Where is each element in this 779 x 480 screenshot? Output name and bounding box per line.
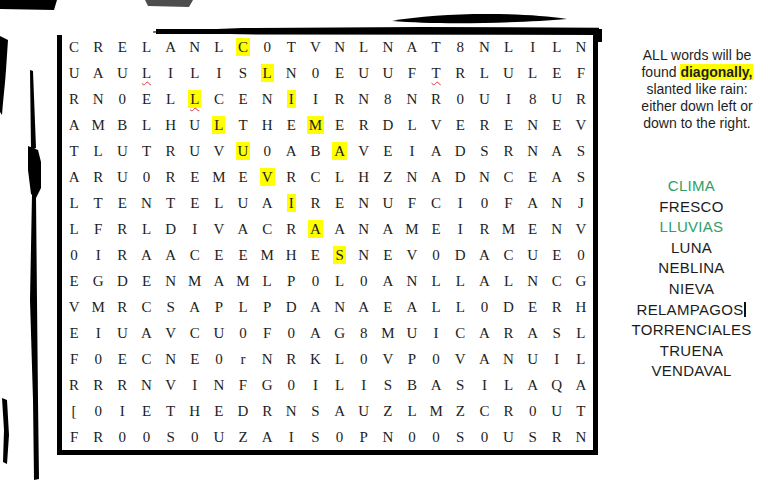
cell-r12-c2[interactable]: I (86, 320, 110, 346)
cell-r9-c2[interactable]: I (86, 242, 110, 268)
cell-r1-c15[interactable]: A (400, 34, 424, 60)
cell-r4-c16[interactable]: V (424, 112, 448, 138)
cell-r14-c17[interactable]: S (448, 372, 472, 398)
cell-r12-c7[interactable]: U (207, 320, 231, 346)
cell-r16-c10[interactable]: I (279, 424, 303, 450)
cell-r10-c6[interactable]: M (183, 268, 207, 294)
cell-r1-c4[interactable]: L (134, 34, 158, 60)
cell-r12-c17[interactable]: C (448, 320, 472, 346)
cell-r9-c13[interactable]: N (352, 242, 376, 268)
cell-r3-c2[interactable]: N (86, 86, 110, 112)
cell-r1-c12[interactable]: N (328, 34, 352, 60)
cell-r11-c11[interactable]: A (303, 294, 327, 320)
cell-r2-c1[interactable]: U (62, 60, 86, 86)
cell-r12-c22[interactable]: L (569, 320, 593, 346)
cell-r3-c8[interactable]: E (231, 86, 255, 112)
cell-r2-c3[interactable]: U (110, 60, 134, 86)
cell-r10-c7[interactable]: A (207, 268, 231, 294)
cell-r1-c6[interactable]: N (183, 34, 207, 60)
cell-r7-c15[interactable]: F (400, 190, 424, 216)
cell-r9-c20[interactable]: U (521, 242, 545, 268)
cell-r13-c7[interactable]: 0 (207, 346, 231, 372)
cell-r8-c7[interactable]: V (207, 216, 231, 242)
cell-r9-c18[interactable]: A (472, 242, 496, 268)
cell-r11-c10[interactable]: D (279, 294, 303, 320)
cell-r14-c2[interactable]: R (86, 372, 110, 398)
cell-r5-c12[interactable]: A (328, 138, 352, 164)
cell-r13-c1[interactable]: F (62, 346, 86, 372)
cell-r4-c19[interactable]: E (496, 112, 520, 138)
cell-r13-c5[interactable]: N (159, 346, 183, 372)
cell-r9-c1[interactable]: 0 (62, 242, 86, 268)
cell-r15-c3[interactable]: I (110, 398, 134, 424)
cell-r8-c8[interactable]: A (231, 216, 255, 242)
cell-r11-c16[interactable]: L (424, 294, 448, 320)
cell-r5-c20[interactable]: N (521, 138, 545, 164)
cell-r3-c21[interactable]: U (545, 86, 569, 112)
cell-r15-c18[interactable]: C (472, 398, 496, 424)
cell-r5-c7[interactable]: V (207, 138, 231, 164)
cell-r6-c15[interactable]: N (400, 164, 424, 190)
cell-r10-c5[interactable]: N (159, 268, 183, 294)
cell-r2-c19[interactable]: U (496, 60, 520, 86)
cell-r10-c13[interactable]: 0 (352, 268, 376, 294)
cell-r10-c17[interactable]: L (448, 268, 472, 294)
cell-r8-c6[interactable]: I (183, 216, 207, 242)
cell-r15-c16[interactable]: M (424, 398, 448, 424)
cell-r5-c5[interactable]: R (159, 138, 183, 164)
cell-r14-c7[interactable]: N (207, 372, 231, 398)
cell-r9-c15[interactable]: V (400, 242, 424, 268)
word-list-item-truena[interactable]: TRUENA (604, 341, 779, 362)
cell-r15-c11[interactable]: S (303, 398, 327, 424)
cell-r15-c8[interactable]: D (231, 398, 255, 424)
cell-r6-c21[interactable]: A (545, 164, 569, 190)
cell-r8-c11[interactable]: A (303, 216, 327, 242)
cell-r16-c19[interactable]: U (496, 424, 520, 450)
cell-r10-c21[interactable]: C (545, 268, 569, 294)
cell-r14-c16[interactable]: A (424, 372, 448, 398)
cell-r5-c18[interactable]: S (472, 138, 496, 164)
cell-r9-c17[interactable]: D (448, 242, 472, 268)
cell-r11-c3[interactable]: R (110, 294, 134, 320)
cell-r12-c1[interactable]: E (62, 320, 86, 346)
cell-r1-c9[interactable]: 0 (255, 34, 279, 60)
cell-r8-c19[interactable]: M (496, 216, 520, 242)
cell-r6-c16[interactable]: A (424, 164, 448, 190)
cell-r7-c10[interactable]: I (279, 190, 303, 216)
cell-r2-c18[interactable]: L (472, 60, 496, 86)
cell-r16-c11[interactable]: S (303, 424, 327, 450)
cell-r3-c1[interactable]: R (62, 86, 86, 112)
cell-r11-c5[interactable]: S (159, 294, 183, 320)
cell-r3-c7[interactable]: C (207, 86, 231, 112)
cell-r5-c1[interactable]: T (62, 138, 86, 164)
cell-r16-c9[interactable]: A (255, 424, 279, 450)
cell-r11-c18[interactable]: 0 (472, 294, 496, 320)
cell-r7-c12[interactable]: E (328, 190, 352, 216)
cell-r15-c17[interactable]: Z (448, 398, 472, 424)
cell-r16-c3[interactable]: 0 (110, 424, 134, 450)
cell-r3-c17[interactable]: 0 (448, 86, 472, 112)
cell-r10-c10[interactable]: P (279, 268, 303, 294)
cell-r2-c11[interactable]: 0 (303, 60, 327, 86)
cell-r16-c16[interactable]: 0 (424, 424, 448, 450)
cell-r12-c19[interactable]: R (496, 320, 520, 346)
cell-r3-c18[interactable]: U (472, 86, 496, 112)
cell-r16-c5[interactable]: S (159, 424, 183, 450)
cell-r13-c13[interactable]: 0 (352, 346, 376, 372)
cell-r7-c14[interactable]: U (376, 190, 400, 216)
cell-r13-c16[interactable]: 0 (424, 346, 448, 372)
cell-r3-c4[interactable]: E (134, 86, 158, 112)
cell-r10-c4[interactable]: E (134, 268, 158, 294)
cell-r9-c4[interactable]: A (134, 242, 158, 268)
cell-r15-c22[interactable]: T (569, 398, 593, 424)
cell-r8-c4[interactable]: L (134, 216, 158, 242)
cell-r4-c20[interactable]: N (521, 112, 545, 138)
word-list-item-nieva[interactable]: NIEVA (604, 279, 779, 300)
cell-r14-c10[interactable]: 0 (279, 372, 303, 398)
cell-r5-c16[interactable]: A (424, 138, 448, 164)
cell-r2-c21[interactable]: E (545, 60, 569, 86)
cell-r15-c19[interactable]: R (496, 398, 520, 424)
cell-r2-c22[interactable]: F (569, 60, 593, 86)
cell-r11-c6[interactable]: A (183, 294, 207, 320)
cell-r2-c13[interactable]: U (352, 60, 376, 86)
cell-r1-c11[interactable]: V (303, 34, 327, 60)
cell-r5-c15[interactable]: I (400, 138, 424, 164)
cell-r2-c7[interactable]: I (207, 60, 231, 86)
cell-r7-c21[interactable]: N (545, 190, 569, 216)
cell-r3-c19[interactable]: I (496, 86, 520, 112)
cell-r13-c3[interactable]: E (110, 346, 134, 372)
cell-r12-c5[interactable]: V (159, 320, 183, 346)
cell-r1-c2[interactable]: R (86, 34, 110, 60)
cell-r6-c12[interactable]: L (328, 164, 352, 190)
cell-r5-c17[interactable]: D (448, 138, 472, 164)
cell-r10-c12[interactable]: L (328, 268, 352, 294)
cell-r6-c4[interactable]: 0 (134, 164, 158, 190)
cell-r11-c4[interactable]: C (134, 294, 158, 320)
cell-r7-c4[interactable]: N (134, 190, 158, 216)
cell-r1-c21[interactable]: L (545, 34, 569, 60)
cell-r3-c13[interactable]: N (352, 86, 376, 112)
cell-r4-c11[interactable]: M (303, 112, 327, 138)
cell-r6-c1[interactable]: A (62, 164, 86, 190)
cell-r4-c10[interactable]: E (279, 112, 303, 138)
cell-r2-c20[interactable]: L (521, 60, 545, 86)
cell-r7-c17[interactable]: I (448, 190, 472, 216)
cell-r2-c8[interactable]: S (231, 60, 255, 86)
cell-r16-c6[interactable]: 0 (183, 424, 207, 450)
cell-r9-c6[interactable]: C (183, 242, 207, 268)
cell-r7-c3[interactable]: E (110, 190, 134, 216)
cell-r16-c15[interactable]: 0 (400, 424, 424, 450)
cell-r4-c8[interactable]: T (231, 112, 255, 138)
cell-r16-c14[interactable]: N (376, 424, 400, 450)
cell-r7-c7[interactable]: L (207, 190, 231, 216)
cell-r13-c21[interactable]: I (545, 346, 569, 372)
cell-r16-c7[interactable]: U (207, 424, 231, 450)
cell-r3-c12[interactable]: R (328, 86, 352, 112)
cell-r11-c8[interactable]: L (231, 294, 255, 320)
cell-r11-c2[interactable]: M (86, 294, 110, 320)
cell-r9-c19[interactable]: C (496, 242, 520, 268)
cell-r6-c13[interactable]: H (352, 164, 376, 190)
cell-r16-c1[interactable]: F (62, 424, 86, 450)
cell-r3-c6[interactable]: L (183, 86, 207, 112)
cell-r7-c16[interactable]: C (424, 190, 448, 216)
cell-r4-c13[interactable]: R (352, 112, 376, 138)
cell-r7-c20[interactable]: A (521, 190, 545, 216)
cell-r1-c19[interactable]: L (496, 34, 520, 60)
cell-r11-c7[interactable]: P (207, 294, 231, 320)
cell-r1-c1[interactable]: C (62, 34, 86, 60)
cell-r1-c16[interactable]: T (424, 34, 448, 60)
cell-r14-c4[interactable]: N (134, 372, 158, 398)
cell-r1-c10[interactable]: T (279, 34, 303, 60)
word-list-item-lluvias[interactable]: LLUVIAS (604, 217, 779, 238)
cell-r7-c11[interactable]: R (303, 190, 327, 216)
cell-r10-c16[interactable]: L (424, 268, 448, 294)
cell-r2-c4[interactable]: L (134, 60, 158, 86)
cell-r12-c8[interactable]: 0 (231, 320, 255, 346)
cell-r9-c22[interactable]: 0 (569, 242, 593, 268)
cell-r8-c21[interactable]: N (545, 216, 569, 242)
cell-r11-c14[interactable]: E (376, 294, 400, 320)
cell-r10-c18[interactable]: A (472, 268, 496, 294)
cell-r4-c18[interactable]: R (472, 112, 496, 138)
cell-r1-c7[interactable]: L (207, 34, 231, 60)
cell-r14-c13[interactable]: I (352, 372, 376, 398)
cell-r5-c2[interactable]: L (86, 138, 110, 164)
cell-r5-c11[interactable]: B (303, 138, 327, 164)
cell-r16-c4[interactable]: 0 (134, 424, 158, 450)
cell-r13-c2[interactable]: 0 (86, 346, 110, 372)
cell-r9-c5[interactable]: A (159, 242, 183, 268)
cell-r4-c7[interactable]: L (207, 112, 231, 138)
cell-r2-c17[interactable]: R (448, 60, 472, 86)
cell-r6-c7[interactable]: M (207, 164, 231, 190)
cell-r14-c8[interactable]: F (231, 372, 255, 398)
cell-r14-c11[interactable]: I (303, 372, 327, 398)
cell-r3-c15[interactable]: N (400, 86, 424, 112)
cell-r2-c16[interactable]: T (424, 60, 448, 86)
cell-r15-c1[interactable]: [ (62, 398, 86, 424)
cell-r14-c20[interactable]: A (521, 372, 545, 398)
cell-r10-c11[interactable]: 0 (303, 268, 327, 294)
cell-r14-c22[interactable]: A (569, 372, 593, 398)
cell-r10-c15[interactable]: N (400, 268, 424, 294)
cell-r1-c14[interactable]: N (376, 34, 400, 60)
cell-r11-c9[interactable]: P (255, 294, 279, 320)
cell-r8-c5[interactable]: D (159, 216, 183, 242)
cell-r1-c5[interactable]: A (159, 34, 183, 60)
cell-r12-c14[interactable]: M (376, 320, 400, 346)
cell-r4-c14[interactable]: D (376, 112, 400, 138)
cell-r15-c9[interactable]: R (255, 398, 279, 424)
cell-r13-c18[interactable]: A (472, 346, 496, 372)
cell-r1-c3[interactable]: E (110, 34, 134, 60)
cell-r12-c9[interactable]: F (255, 320, 279, 346)
cell-r9-c12[interactable]: S (328, 242, 352, 268)
cell-r8-c22[interactable]: V (569, 216, 593, 242)
cell-r15-c20[interactable]: 0 (521, 398, 545, 424)
cell-r4-c6[interactable]: U (183, 112, 207, 138)
cell-r10-c8[interactable]: M (231, 268, 255, 294)
cell-r15-c7[interactable]: E (207, 398, 231, 424)
cell-r14-c12[interactable]: L (328, 372, 352, 398)
cell-r12-c15[interactable]: U (400, 320, 424, 346)
cell-r10-c1[interactable]: E (62, 268, 86, 294)
cell-r15-c4[interactable]: E (134, 398, 158, 424)
cell-r10-c3[interactable]: D (110, 268, 134, 294)
cell-r13-c15[interactable]: P (400, 346, 424, 372)
cell-r15-c5[interactable]: T (159, 398, 183, 424)
cell-r5-c19[interactable]: R (496, 138, 520, 164)
cell-r12-c11[interactable]: A (303, 320, 327, 346)
cell-r15-c15[interactable]: L (400, 398, 424, 424)
cell-r14-c19[interactable]: L (496, 372, 520, 398)
word-list-item-clima[interactable]: CLIMA (604, 176, 779, 197)
cell-r14-c14[interactable]: S (376, 372, 400, 398)
cell-r11-c21[interactable]: R (545, 294, 569, 320)
cell-r7-c19[interactable]: F (496, 190, 520, 216)
cell-r11-c17[interactable]: L (448, 294, 472, 320)
cell-r16-c2[interactable]: R (86, 424, 110, 450)
cell-r5-c4[interactable]: T (134, 138, 158, 164)
cell-r3-c14[interactable]: 8 (376, 86, 400, 112)
cell-r13-c4[interactable]: C (134, 346, 158, 372)
cell-r5-c14[interactable]: E (376, 138, 400, 164)
cell-r12-c12[interactable]: G (328, 320, 352, 346)
cell-r8-c3[interactable]: R (110, 216, 134, 242)
cell-r16-c12[interactable]: 0 (328, 424, 352, 450)
cell-r6-c10[interactable]: R (279, 164, 303, 190)
word-list-item-vendaval[interactable]: VENDAVAL (604, 361, 779, 382)
cell-r10-c19[interactable]: L (496, 268, 520, 294)
word-list-item-luna[interactable]: LUNA (604, 238, 779, 259)
cell-r12-c3[interactable]: U (110, 320, 134, 346)
cell-r6-c6[interactable]: E (183, 164, 207, 190)
cell-r13-c8[interactable]: r (231, 346, 255, 372)
cell-r1-c18[interactable]: N (472, 34, 496, 60)
cell-r6-c9[interactable]: V (255, 164, 279, 190)
cell-r14-c15[interactable]: B (400, 372, 424, 398)
cell-r7-c8[interactable]: U (231, 190, 255, 216)
cell-r16-c22[interactable]: N (569, 424, 593, 450)
cell-r9-c9[interactable]: M (255, 242, 279, 268)
cell-r4-c4[interactable]: L (134, 112, 158, 138)
cell-r1-c22[interactable]: N (569, 34, 593, 60)
cell-r14-c6[interactable]: I (183, 372, 207, 398)
cell-r11-c19[interactable]: D (496, 294, 520, 320)
cell-r13-c12[interactable]: L (328, 346, 352, 372)
cell-r2-c15[interactable]: F (400, 60, 424, 86)
cell-r5-c21[interactable]: A (545, 138, 569, 164)
cell-r7-c9[interactable]: A (255, 190, 279, 216)
cell-r8-c2[interactable]: F (86, 216, 110, 242)
cell-r7-c2[interactable]: T (86, 190, 110, 216)
cell-r3-c10[interactable]: I (279, 86, 303, 112)
cell-r9-c10[interactable]: H (279, 242, 303, 268)
cell-r4-c15[interactable]: L (400, 112, 424, 138)
cell-r7-c13[interactable]: N (352, 190, 376, 216)
cell-r8-c17[interactable]: I (448, 216, 472, 242)
cell-r1-c17[interactable]: 8 (448, 34, 472, 60)
cell-r6-c18[interactable]: N (472, 164, 496, 190)
cell-r14-c3[interactable]: R (110, 372, 134, 398)
cell-r8-c9[interactable]: C (255, 216, 279, 242)
cell-r7-c5[interactable]: T (159, 190, 183, 216)
cell-r4-c5[interactable]: H (159, 112, 183, 138)
cell-r16-c21[interactable]: R (545, 424, 569, 450)
cell-r12-c6[interactable]: C (183, 320, 207, 346)
cell-r8-c20[interactable]: E (521, 216, 545, 242)
cell-r8-c18[interactable]: R (472, 216, 496, 242)
cell-r9-c11[interactable]: E (303, 242, 327, 268)
cell-r8-c13[interactable]: N (352, 216, 376, 242)
cell-r1-c13[interactable]: L (352, 34, 376, 60)
cell-r3-c3[interactable]: 0 (110, 86, 134, 112)
cell-r16-c13[interactable]: P (352, 424, 376, 450)
cell-r2-c10[interactable]: N (279, 60, 303, 86)
cell-r16-c18[interactable]: 0 (472, 424, 496, 450)
cell-r7-c1[interactable]: L (62, 190, 86, 216)
cell-r10-c14[interactable]: A (376, 268, 400, 294)
cell-r9-c21[interactable]: E (545, 242, 569, 268)
cell-r14-c5[interactable]: V (159, 372, 183, 398)
cell-r11-c20[interactable]: E (521, 294, 545, 320)
cell-r9-c3[interactable]: R (110, 242, 134, 268)
cell-r4-c21[interactable]: E (545, 112, 569, 138)
cell-r4-c2[interactable]: M (86, 112, 110, 138)
cell-r3-c9[interactable]: N (255, 86, 279, 112)
cell-r10-c2[interactable]: G (86, 268, 110, 294)
cell-r12-c10[interactable]: 0 (279, 320, 303, 346)
cell-r3-c20[interactable]: 8 (521, 86, 545, 112)
cell-r8-c1[interactable]: L (62, 216, 86, 242)
cell-r2-c6[interactable]: L (183, 60, 207, 86)
cell-r15-c10[interactable]: N (279, 398, 303, 424)
cell-r11-c22[interactable]: H (569, 294, 593, 320)
cell-r4-c3[interactable]: B (110, 112, 134, 138)
cell-r13-c20[interactable]: U (521, 346, 545, 372)
cell-r5-c22[interactable]: S (569, 138, 593, 164)
cell-r6-c11[interactable]: C (303, 164, 327, 190)
cell-r11-c12[interactable]: N (328, 294, 352, 320)
cell-r8-c15[interactable]: M (400, 216, 424, 242)
cell-r14-c18[interactable]: I (472, 372, 496, 398)
cell-r15-c21[interactable]: U (545, 398, 569, 424)
cell-r15-c13[interactable]: U (352, 398, 376, 424)
cell-r12-c18[interactable]: A (472, 320, 496, 346)
cell-r14-c21[interactable]: Q (545, 372, 569, 398)
cell-r5-c6[interactable]: U (183, 138, 207, 164)
cell-r9-c7[interactable]: E (207, 242, 231, 268)
cell-r12-c16[interactable]: I (424, 320, 448, 346)
cell-r5-c3[interactable]: U (110, 138, 134, 164)
word-list-item-fresco[interactable]: FRESCO (604, 197, 779, 218)
cell-r9-c8[interactable]: E (231, 242, 255, 268)
cell-r2-c5[interactable]: I (159, 60, 183, 86)
cell-r6-c3[interactable]: U (110, 164, 134, 190)
cell-r6-c19[interactable]: C (496, 164, 520, 190)
cell-r8-c14[interactable]: A (376, 216, 400, 242)
cell-r14-c1[interactable]: R (62, 372, 86, 398)
cell-r2-c2[interactable]: A (86, 60, 110, 86)
